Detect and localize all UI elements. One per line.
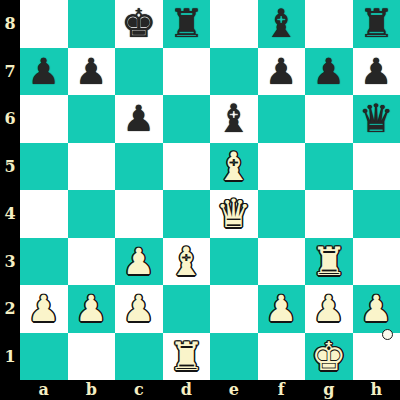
black-pawn: ♟	[115, 95, 163, 143]
square-c8[interactable]: ♚	[115, 0, 163, 48]
rank-label-8: 8	[0, 0, 20, 48]
square-d2[interactable]	[163, 285, 211, 333]
white-pawn: ♟	[20, 285, 68, 333]
square-d3[interactable]: ♝	[163, 238, 211, 286]
square-f3[interactable]	[258, 238, 306, 286]
black-rook: ♜	[353, 0, 400, 48]
rank-label-5: 5	[0, 143, 20, 191]
square-h3[interactable]	[353, 238, 400, 286]
square-g1[interactable]: ♚	[305, 333, 353, 381]
square-g5[interactable]	[305, 143, 353, 191]
black-queen: ♛	[353, 95, 400, 143]
square-f7[interactable]: ♟	[258, 48, 306, 96]
square-b7[interactable]: ♟	[68, 48, 116, 96]
file-label-f: f	[258, 380, 306, 400]
square-c7[interactable]	[115, 48, 163, 96]
square-a8[interactable]	[20, 0, 68, 48]
square-a3[interactable]	[20, 238, 68, 286]
white-rook: ♜	[305, 238, 353, 286]
square-d5[interactable]	[163, 143, 211, 191]
square-c3[interactable]: ♟	[115, 238, 163, 286]
square-g7[interactable]: ♟	[305, 48, 353, 96]
square-g2[interactable]: ♟	[305, 285, 353, 333]
rank-label-2: 2	[0, 285, 20, 333]
square-h2[interactable]: ♟	[353, 285, 400, 333]
white-pawn: ♟	[115, 238, 163, 286]
white-pawn: ♟	[68, 285, 116, 333]
square-f2[interactable]: ♟	[258, 285, 306, 333]
square-h4[interactable]	[353, 190, 400, 238]
file-labels: abcdefgh	[20, 380, 400, 400]
rank-label-6: 6	[0, 95, 20, 143]
square-a4[interactable]	[20, 190, 68, 238]
square-c1[interactable]	[115, 333, 163, 381]
square-b1[interactable]	[68, 333, 116, 381]
square-c6[interactable]: ♟	[115, 95, 163, 143]
square-f1[interactable]	[258, 333, 306, 381]
file-label-c: c	[115, 380, 163, 400]
black-pawn: ♟	[68, 48, 116, 96]
white-pawn: ♟	[353, 285, 400, 333]
rank-label-1: 1	[0, 333, 20, 381]
square-e3[interactable]	[210, 238, 258, 286]
square-f6[interactable]	[258, 95, 306, 143]
white-king: ♚	[305, 333, 353, 381]
rank-label-3: 3	[0, 238, 20, 286]
square-g3[interactable]: ♜	[305, 238, 353, 286]
white-bishop: ♝	[210, 143, 258, 191]
file-label-a: a	[20, 380, 68, 400]
rank-label-4: 4	[0, 190, 20, 238]
square-g4[interactable]	[305, 190, 353, 238]
square-c5[interactable]	[115, 143, 163, 191]
square-b4[interactable]	[68, 190, 116, 238]
black-pawn: ♟	[353, 48, 400, 96]
square-b3[interactable]	[68, 238, 116, 286]
square-h6[interactable]: ♛	[353, 95, 400, 143]
white-queen: ♛	[210, 190, 258, 238]
square-e7[interactable]	[210, 48, 258, 96]
square-d6[interactable]	[163, 95, 211, 143]
square-d1[interactable]: ♜	[163, 333, 211, 381]
square-c2[interactable]: ♟	[115, 285, 163, 333]
black-rook: ♜	[163, 0, 211, 48]
square-a5[interactable]	[20, 143, 68, 191]
square-d4[interactable]	[163, 190, 211, 238]
file-label-g: g	[305, 380, 353, 400]
white-pawn: ♟	[258, 285, 306, 333]
chess-board-diagram: ♚♜♝♜♟♟♟♟♟♟♝♛♝♛♟♝♜♟♟♟♟♟♟♜♚ 87654321 abcde…	[0, 0, 400, 400]
white-to-move-indicator	[382, 329, 393, 340]
square-e8[interactable]	[210, 0, 258, 48]
black-bishop: ♝	[210, 95, 258, 143]
square-c4[interactable]	[115, 190, 163, 238]
square-h1[interactable]	[353, 333, 400, 381]
square-h7[interactable]: ♟	[353, 48, 400, 96]
square-e1[interactable]	[210, 333, 258, 381]
square-a2[interactable]: ♟	[20, 285, 68, 333]
square-h5[interactable]	[353, 143, 400, 191]
square-a7[interactable]: ♟	[20, 48, 68, 96]
square-b6[interactable]	[68, 95, 116, 143]
square-e6[interactable]: ♝	[210, 95, 258, 143]
white-pawn: ♟	[115, 285, 163, 333]
black-pawn: ♟	[20, 48, 68, 96]
square-h8[interactable]: ♜	[353, 0, 400, 48]
square-a1[interactable]	[20, 333, 68, 381]
square-e2[interactable]	[210, 285, 258, 333]
file-label-d: d	[163, 380, 211, 400]
white-pawn: ♟	[305, 285, 353, 333]
square-a6[interactable]	[20, 95, 68, 143]
square-e5[interactable]: ♝	[210, 143, 258, 191]
chess-board: ♚♜♝♜♟♟♟♟♟♟♝♛♝♛♟♝♜♟♟♟♟♟♟♜♚	[20, 0, 400, 380]
square-d8[interactable]: ♜	[163, 0, 211, 48]
square-d7[interactable]	[163, 48, 211, 96]
square-f4[interactable]	[258, 190, 306, 238]
square-f8[interactable]: ♝	[258, 0, 306, 48]
square-b8[interactable]	[68, 0, 116, 48]
square-f5[interactable]	[258, 143, 306, 191]
file-label-h: h	[353, 380, 400, 400]
white-rook: ♜	[163, 333, 211, 381]
square-g6[interactable]	[305, 95, 353, 143]
square-b5[interactable]	[68, 143, 116, 191]
square-e4[interactable]: ♛	[210, 190, 258, 238]
square-g8[interactable]	[305, 0, 353, 48]
file-label-e: e	[210, 380, 258, 400]
white-bishop: ♝	[163, 238, 211, 286]
black-bishop: ♝	[258, 0, 306, 48]
square-b2[interactable]: ♟	[68, 285, 116, 333]
black-king: ♚	[115, 0, 163, 48]
file-label-b: b	[68, 380, 116, 400]
black-pawn: ♟	[258, 48, 306, 96]
black-pawn: ♟	[305, 48, 353, 96]
rank-label-7: 7	[0, 48, 20, 96]
rank-labels: 87654321	[0, 0, 20, 380]
